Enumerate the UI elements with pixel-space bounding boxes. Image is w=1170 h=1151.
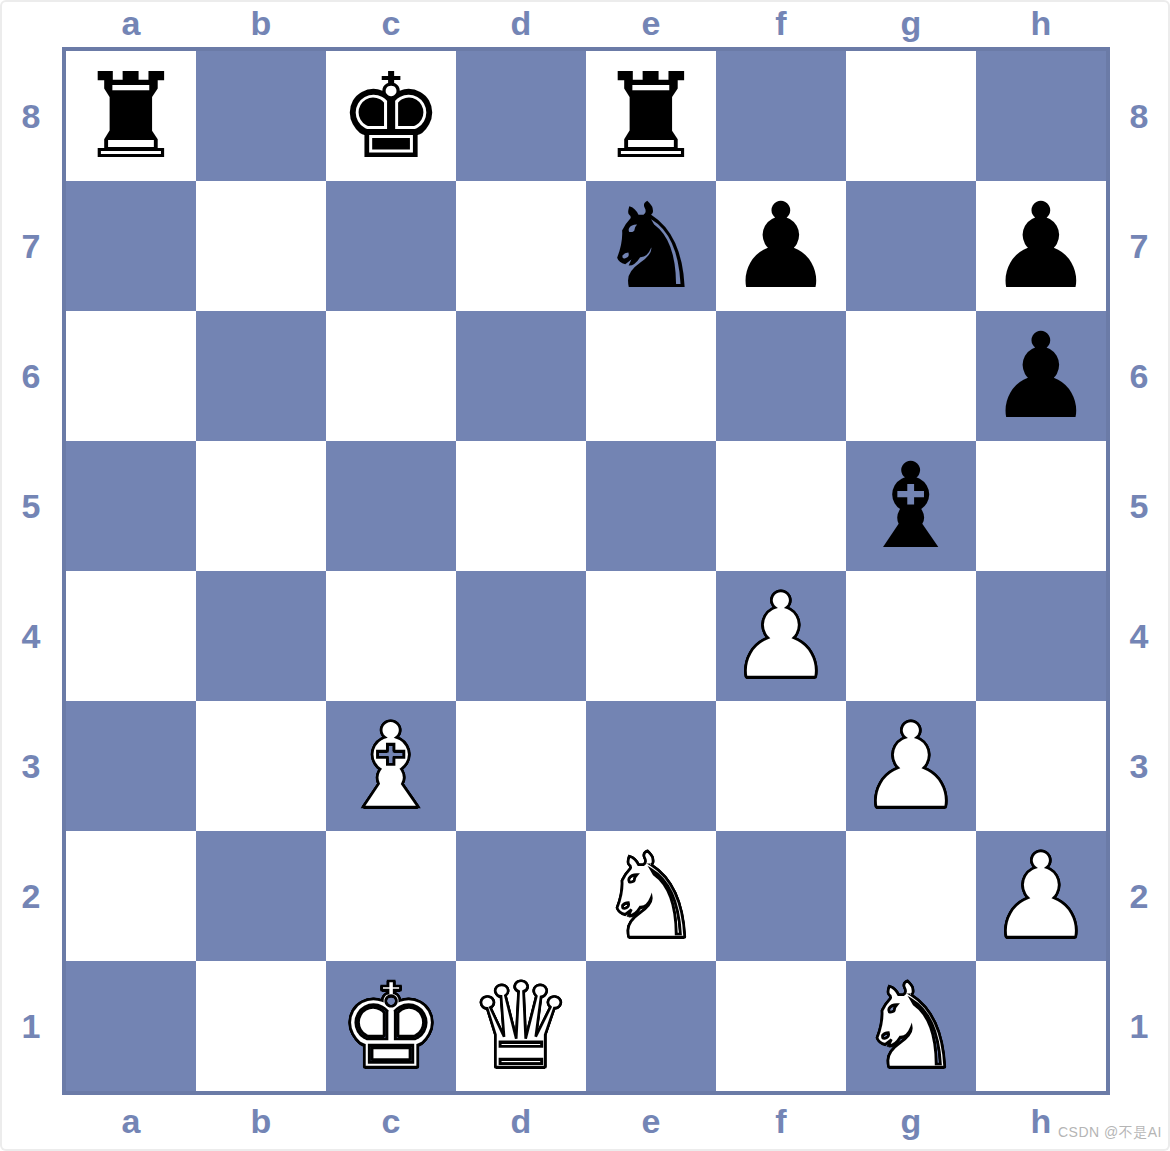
square-g5[interactable]: ♝ <box>846 441 976 571</box>
square-h2[interactable]: ♟ <box>976 831 1106 961</box>
square-g6[interactable] <box>846 311 976 441</box>
piece-black-rook[interactable]: ♜ <box>66 51 196 181</box>
rank-label-7: 7 <box>1108 181 1170 311</box>
file-label-h: h <box>976 0 1106 47</box>
square-b6[interactable] <box>196 311 326 441</box>
square-h4[interactable] <box>976 571 1106 701</box>
square-e4[interactable] <box>586 571 716 701</box>
square-h6[interactable]: ♟ <box>976 311 1106 441</box>
rank-label-8: 8 <box>0 51 62 181</box>
file-label-g: g <box>846 1095 976 1147</box>
square-b5[interactable] <box>196 441 326 571</box>
square-d4[interactable] <box>456 571 586 701</box>
square-b3[interactable] <box>196 701 326 831</box>
file-labels-bottom: abcdefgh <box>66 1095 1106 1147</box>
square-h5[interactable] <box>976 441 1106 571</box>
piece-black-rook[interactable]: ♜ <box>586 51 716 181</box>
piece-white-knight[interactable]: ♞ <box>586 831 716 961</box>
square-e3[interactable] <box>586 701 716 831</box>
watermark: CSDN @不是AI <box>1058 1124 1162 1142</box>
square-f6[interactable] <box>716 311 846 441</box>
piece-black-pawn[interactable]: ♟ <box>976 181 1106 311</box>
square-g2[interactable] <box>846 831 976 961</box>
file-label-d: d <box>456 1095 586 1147</box>
piece-white-pawn[interactable]: ♟ <box>976 831 1106 961</box>
piece-white-pawn[interactable]: ♟ <box>716 571 846 701</box>
file-label-f: f <box>716 1095 846 1147</box>
file-label-b: b <box>196 1095 326 1147</box>
piece-black-knight[interactable]: ♞ <box>586 181 716 311</box>
file-label-c: c <box>326 0 456 47</box>
piece-white-bishop[interactable]: ♝ <box>326 701 456 831</box>
square-h3[interactable] <box>976 701 1106 831</box>
square-e5[interactable] <box>586 441 716 571</box>
square-c3[interactable]: ♝ <box>326 701 456 831</box>
square-c4[interactable] <box>326 571 456 701</box>
square-h8[interactable] <box>976 51 1106 181</box>
piece-black-bishop[interactable]: ♝ <box>846 441 976 571</box>
piece-black-king[interactable]: ♚ <box>326 51 456 181</box>
square-g8[interactable] <box>846 51 976 181</box>
square-f1[interactable] <box>716 961 846 1091</box>
square-a6[interactable] <box>66 311 196 441</box>
rank-label-4: 4 <box>1108 571 1170 701</box>
square-g7[interactable] <box>846 181 976 311</box>
chess-board: ♜♚♜♞♟♟♟♝♟♝♟♞♟♚♛♞ <box>62 47 1110 1095</box>
rank-label-5: 5 <box>1108 441 1170 571</box>
square-f3[interactable] <box>716 701 846 831</box>
square-e7[interactable]: ♞ <box>586 181 716 311</box>
rank-label-6: 6 <box>1108 311 1170 441</box>
square-d2[interactable] <box>456 831 586 961</box>
square-c6[interactable] <box>326 311 456 441</box>
square-c8[interactable]: ♚ <box>326 51 456 181</box>
square-e6[interactable] <box>586 311 716 441</box>
rank-label-3: 3 <box>1108 701 1170 831</box>
rank-labels-right: 87654321 <box>1108 51 1170 1091</box>
square-h7[interactable]: ♟ <box>976 181 1106 311</box>
square-d1[interactable]: ♛ <box>456 961 586 1091</box>
square-d6[interactable] <box>456 311 586 441</box>
square-f2[interactable] <box>716 831 846 961</box>
square-a8[interactable]: ♜ <box>66 51 196 181</box>
square-c1[interactable]: ♚ <box>326 961 456 1091</box>
square-b7[interactable] <box>196 181 326 311</box>
rank-label-2: 2 <box>1108 831 1170 961</box>
square-e8[interactable]: ♜ <box>586 51 716 181</box>
rank-label-7: 7 <box>0 181 62 311</box>
file-label-b: b <box>196 0 326 47</box>
file-label-e: e <box>586 0 716 47</box>
square-b2[interactable] <box>196 831 326 961</box>
rank-labels-left: 87654321 <box>0 51 62 1091</box>
rank-label-4: 4 <box>0 571 62 701</box>
square-d8[interactable] <box>456 51 586 181</box>
file-label-d: d <box>456 0 586 47</box>
square-c7[interactable] <box>326 181 456 311</box>
square-a7[interactable] <box>66 181 196 311</box>
file-label-f: f <box>716 0 846 47</box>
rank-label-6: 6 <box>0 311 62 441</box>
rank-label-8: 8 <box>1108 51 1170 181</box>
piece-black-pawn[interactable]: ♟ <box>716 181 846 311</box>
square-d3[interactable] <box>456 701 586 831</box>
square-b1[interactable] <box>196 961 326 1091</box>
square-h1[interactable] <box>976 961 1106 1091</box>
square-a5[interactable] <box>66 441 196 571</box>
piece-white-queen[interactable]: ♛ <box>456 961 586 1091</box>
square-g4[interactable] <box>846 571 976 701</box>
chess-board-page: abcdefgh 87654321 ♜♚♜♞♟♟♟♝♟♝♟♞♟♚♛♞ 87654… <box>0 0 1170 1151</box>
rank-label-3: 3 <box>0 701 62 831</box>
square-e1[interactable] <box>586 961 716 1091</box>
file-label-a: a <box>66 0 196 47</box>
square-g1[interactable]: ♞ <box>846 961 976 1091</box>
piece-black-pawn[interactable]: ♟ <box>976 311 1106 441</box>
file-label-g: g <box>846 0 976 47</box>
rank-label-2: 2 <box>0 831 62 961</box>
rank-label-1: 1 <box>1108 961 1170 1091</box>
square-c5[interactable] <box>326 441 456 571</box>
square-a1[interactable] <box>66 961 196 1091</box>
square-f4[interactable]: ♟ <box>716 571 846 701</box>
file-label-c: c <box>326 1095 456 1147</box>
square-f5[interactable] <box>716 441 846 571</box>
square-b4[interactable] <box>196 571 326 701</box>
square-g3[interactable]: ♟ <box>846 701 976 831</box>
square-f7[interactable]: ♟ <box>716 181 846 311</box>
file-label-a: a <box>66 1095 196 1147</box>
square-d5[interactable] <box>456 441 586 571</box>
file-labels-top: abcdefgh <box>66 0 1106 47</box>
square-a2[interactable] <box>66 831 196 961</box>
piece-white-king[interactable]: ♚ <box>326 961 456 1091</box>
rank-label-5: 5 <box>0 441 62 571</box>
file-label-e: e <box>586 1095 716 1147</box>
square-f8[interactable] <box>716 51 846 181</box>
square-a4[interactable] <box>66 571 196 701</box>
piece-white-pawn[interactable]: ♟ <box>846 701 976 831</box>
rank-label-1: 1 <box>0 961 62 1091</box>
square-e2[interactable]: ♞ <box>586 831 716 961</box>
piece-white-knight[interactable]: ♞ <box>846 961 976 1091</box>
square-b8[interactable] <box>196 51 326 181</box>
square-c2[interactable] <box>326 831 456 961</box>
square-d7[interactable] <box>456 181 586 311</box>
square-a3[interactable] <box>66 701 196 831</box>
